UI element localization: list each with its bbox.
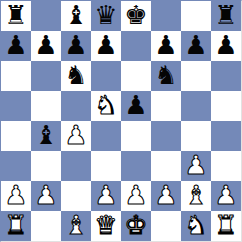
piece-white-pawn[interactable]: ♟ (124, 181, 147, 210)
piece-black-knight[interactable]: ♞ (64, 61, 87, 90)
square-f1[interactable] (151, 211, 181, 241)
square-g8[interactable] (181, 1, 211, 31)
square-d2[interactable]: ♟ (91, 181, 121, 211)
piece-black-rook[interactable]: ♜ (214, 1, 237, 30)
square-h8[interactable]: ♜ (211, 1, 241, 31)
piece-white-king[interactable]: ♚ (124, 211, 147, 240)
square-a6[interactable] (1, 61, 31, 91)
piece-white-pawn[interactable]: ♟ (94, 181, 117, 210)
square-f3[interactable] (151, 151, 181, 181)
piece-white-pawn[interactable]: ♟ (4, 181, 27, 210)
square-d4[interactable] (91, 121, 121, 151)
square-f2[interactable]: ♟ (151, 181, 181, 211)
piece-black-rook[interactable]: ♜ (4, 1, 27, 30)
square-c8[interactable]: ♝ (61, 1, 91, 31)
piece-black-pawn[interactable]: ♟ (4, 31, 27, 60)
square-a1[interactable]: ♜ (1, 211, 31, 241)
square-f4[interactable] (151, 121, 181, 151)
square-b6[interactable] (31, 61, 61, 91)
piece-white-pawn[interactable]: ♟ (154, 181, 177, 210)
square-d7[interactable]: ♟ (91, 31, 121, 61)
square-d6[interactable] (91, 61, 121, 91)
square-g7[interactable]: ♟ (181, 31, 211, 61)
square-e4[interactable] (121, 121, 151, 151)
square-c7[interactable]: ♟ (61, 31, 91, 61)
square-b5[interactable] (31, 91, 61, 121)
piece-black-queen[interactable]: ♛ (94, 1, 117, 30)
square-a7[interactable]: ♟ (1, 31, 31, 61)
square-c2[interactable] (61, 181, 91, 211)
square-c4[interactable]: ♟ (61, 121, 91, 151)
square-c5[interactable] (61, 91, 91, 121)
square-b1[interactable] (31, 211, 61, 241)
piece-white-bishop[interactable]: ♝ (184, 181, 207, 210)
piece-white-knight[interactable]: ♞ (94, 91, 117, 120)
square-h5[interactable] (211, 91, 241, 121)
square-g5[interactable] (181, 91, 211, 121)
piece-black-pawn[interactable]: ♟ (64, 31, 87, 60)
square-b3[interactable] (31, 151, 61, 181)
square-g6[interactable] (181, 61, 211, 91)
piece-white-queen[interactable]: ♛ (94, 211, 117, 240)
square-g4[interactable] (181, 121, 211, 151)
piece-white-rook[interactable]: ♜ (4, 211, 27, 240)
square-e2[interactable]: ♟ (121, 181, 151, 211)
square-e8[interactable]: ♚ (121, 1, 151, 31)
piece-black-bishop[interactable]: ♝ (64, 1, 87, 30)
piece-black-king[interactable]: ♚ (124, 1, 147, 30)
square-e5[interactable]: ♟ (121, 91, 151, 121)
square-f6[interactable]: ♞ (151, 61, 181, 91)
square-h4[interactable] (211, 121, 241, 151)
square-f5[interactable] (151, 91, 181, 121)
piece-white-bishop[interactable]: ♝ (64, 211, 87, 240)
square-a8[interactable]: ♜ (1, 1, 31, 31)
square-h7[interactable]: ♟ (211, 31, 241, 61)
square-d1[interactable]: ♛ (91, 211, 121, 241)
piece-black-pawn[interactable]: ♟ (124, 91, 147, 120)
square-h3[interactable] (211, 151, 241, 181)
piece-black-pawn[interactable]: ♟ (34, 31, 57, 60)
square-g3[interactable]: ♟ (181, 151, 211, 181)
piece-white-pawn[interactable]: ♟ (214, 181, 237, 210)
square-d3[interactable] (91, 151, 121, 181)
square-a4[interactable] (1, 121, 31, 151)
square-f7[interactable]: ♟ (151, 31, 181, 61)
square-c1[interactable]: ♝ (61, 211, 91, 241)
piece-white-pawn[interactable]: ♟ (34, 181, 57, 210)
square-b8[interactable] (31, 1, 61, 31)
square-g2[interactable]: ♝ (181, 181, 211, 211)
chess-board: ♜♝♛♚♜♟♟♟♟♟♟♟♞♞♞♟♝♟♟♟♟♟♟♟♝♟♜♝♛♚♞♜ (0, 0, 242, 242)
square-e6[interactable] (121, 61, 151, 91)
square-c6[interactable]: ♞ (61, 61, 91, 91)
piece-white-rook[interactable]: ♜ (214, 211, 237, 240)
piece-black-pawn[interactable]: ♟ (184, 31, 207, 60)
square-d8[interactable]: ♛ (91, 1, 121, 31)
square-b7[interactable]: ♟ (31, 31, 61, 61)
piece-black-pawn[interactable]: ♟ (154, 31, 177, 60)
square-b4[interactable]: ♝ (31, 121, 61, 151)
square-c3[interactable] (61, 151, 91, 181)
piece-black-bishop[interactable]: ♝ (34, 121, 57, 150)
square-d5[interactable]: ♞ (91, 91, 121, 121)
square-e7[interactable] (121, 31, 151, 61)
piece-black-knight[interactable]: ♞ (154, 61, 177, 90)
piece-black-pawn[interactable]: ♟ (214, 31, 237, 60)
square-h1[interactable]: ♜ (211, 211, 241, 241)
piece-white-knight[interactable]: ♞ (184, 211, 207, 240)
piece-white-pawn[interactable]: ♟ (184, 151, 207, 180)
square-a5[interactable] (1, 91, 31, 121)
square-a2[interactable]: ♟ (1, 181, 31, 211)
square-h6[interactable] (211, 61, 241, 91)
square-h2[interactable]: ♟ (211, 181, 241, 211)
square-f8[interactable] (151, 1, 181, 31)
square-a3[interactable] (1, 151, 31, 181)
square-e1[interactable]: ♚ (121, 211, 151, 241)
square-e3[interactable] (121, 151, 151, 181)
square-g1[interactable]: ♞ (181, 211, 211, 241)
square-b2[interactable]: ♟ (31, 181, 61, 211)
piece-white-pawn[interactable]: ♟ (64, 121, 87, 150)
piece-black-pawn[interactable]: ♟ (94, 31, 117, 60)
